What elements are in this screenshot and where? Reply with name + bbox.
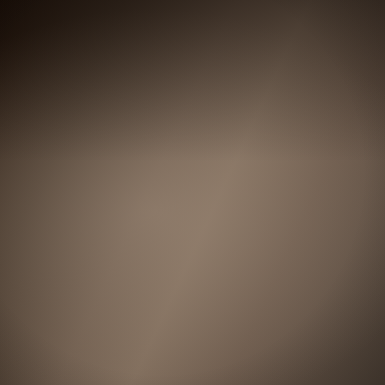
chess-photo-scene — [0, 0, 385, 385]
chess-board — [0, 0, 385, 385]
